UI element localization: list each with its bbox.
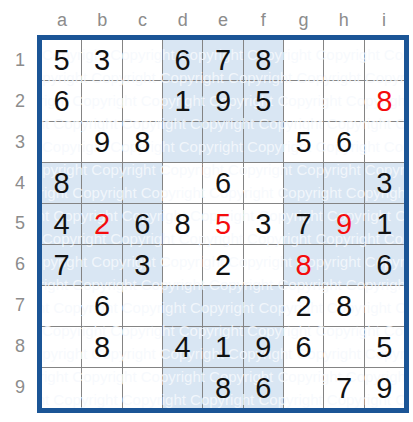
digit-g3: 5 <box>296 128 312 157</box>
column-label-f: f <box>243 6 283 32</box>
cell-b4[interactable] <box>82 163 121 203</box>
cell-g7[interactable]: 2 <box>284 286 323 326</box>
cell-e7[interactable] <box>203 286 242 326</box>
digit-b1: 3 <box>94 46 110 75</box>
column-label-d: d <box>163 6 203 32</box>
digit-g8: 6 <box>296 333 312 362</box>
cell-e3[interactable] <box>203 122 242 162</box>
cell-e4[interactable]: 6 <box>203 163 242 203</box>
cell-f7[interactable] <box>244 286 283 326</box>
cell-c6[interactable]: 3 <box>123 245 162 285</box>
digit-i8: 5 <box>376 333 392 362</box>
cell-a9[interactable] <box>42 368 81 408</box>
digit-h9: 7 <box>336 374 352 403</box>
cell-e8[interactable]: 1 <box>203 327 242 367</box>
cell-f4[interactable] <box>244 163 283 203</box>
digit-a2: 6 <box>54 87 70 116</box>
column-label-i: i <box>364 6 404 32</box>
cell-g1[interactable] <box>284 40 323 80</box>
cell-e9[interactable]: 8 <box>203 368 242 408</box>
column-label-e: e <box>203 6 243 32</box>
digit-b7: 6 <box>94 292 110 321</box>
cell-i7[interactable] <box>365 286 404 326</box>
digit-d8: 4 <box>175 333 191 362</box>
sudoku-app: abcdefghi 123456789 53678619589856863426… <box>0 0 413 422</box>
cell-c8[interactable] <box>123 327 162 367</box>
digit-c6: 3 <box>134 251 150 280</box>
row-label-2: 2 <box>0 81 32 122</box>
digit-a1: 5 <box>54 46 70 75</box>
digit-i5: 1 <box>376 210 392 239</box>
cell-b2[interactable] <box>82 81 121 121</box>
cell-e5[interactable]: 5 <box>203 204 242 244</box>
digit-i9: 9 <box>376 374 392 403</box>
digit-g7: 2 <box>296 292 312 321</box>
digit-h7: 8 <box>336 292 352 321</box>
cell-i8[interactable]: 5 <box>365 327 404 367</box>
cell-h9[interactable]: 7 <box>324 368 363 408</box>
cell-d5[interactable]: 8 <box>163 204 202 244</box>
digit-a4: 8 <box>54 169 70 198</box>
digit-b5: 2 <box>94 210 110 239</box>
cell-d4[interactable] <box>163 163 202 203</box>
column-labels: abcdefghi <box>42 6 404 32</box>
cell-f6[interactable] <box>244 245 283 285</box>
cell-i1[interactable] <box>365 40 404 80</box>
digit-i2: 8 <box>376 87 392 116</box>
digit-b8: 8 <box>94 333 110 362</box>
digit-i4: 3 <box>376 169 392 198</box>
cell-a2[interactable]: 6 <box>42 81 81 121</box>
cell-b1[interactable]: 3 <box>82 40 121 80</box>
cell-g8[interactable]: 6 <box>284 327 323 367</box>
cell-d2[interactable]: 1 <box>163 81 202 121</box>
digit-c3: 8 <box>134 128 150 157</box>
cell-d1[interactable]: 6 <box>163 40 202 80</box>
cell-i6[interactable]: 6 <box>365 245 404 285</box>
cell-h8[interactable] <box>324 327 363 367</box>
digit-e8: 1 <box>215 333 231 362</box>
row-label-8: 8 <box>0 326 32 367</box>
cell-i3[interactable] <box>365 122 404 162</box>
cell-f8[interactable]: 9 <box>244 327 283 367</box>
digit-e4: 6 <box>215 169 231 198</box>
digit-d2: 1 <box>175 87 191 116</box>
cell-f1[interactable]: 8 <box>244 40 283 80</box>
digit-e6: 2 <box>215 251 231 280</box>
digit-f1: 8 <box>255 46 271 75</box>
cell-a8[interactable] <box>42 327 81 367</box>
cell-d6[interactable] <box>163 245 202 285</box>
cell-f2[interactable]: 5 <box>244 81 283 121</box>
digit-a5: 4 <box>54 210 70 239</box>
cell-d3[interactable] <box>163 122 202 162</box>
cell-a6[interactable]: 7 <box>42 245 81 285</box>
cell-c4[interactable] <box>123 163 162 203</box>
sudoku-grid: 5367861958985686342685379173286628841965… <box>42 40 404 408</box>
row-labels: 123456789 <box>0 40 32 408</box>
cell-b3[interactable]: 9 <box>82 122 121 162</box>
cell-b5[interactable]: 2 <box>82 204 121 244</box>
cell-g9[interactable] <box>284 368 323 408</box>
row-label-5: 5 <box>0 204 32 245</box>
digit-d1: 6 <box>175 46 191 75</box>
column-label-h: h <box>324 6 364 32</box>
cell-c2[interactable] <box>123 81 162 121</box>
row-label-9: 9 <box>0 367 32 408</box>
digit-f9: 6 <box>255 374 271 403</box>
digit-e5: 5 <box>215 210 231 239</box>
column-label-c: c <box>122 6 162 32</box>
digit-g5: 7 <box>296 210 312 239</box>
sudoku-board: 5367861958985686342685379173286628841965… <box>37 35 409 413</box>
digit-b3: 9 <box>94 128 110 157</box>
digit-f2: 5 <box>255 87 271 116</box>
digit-g6: 8 <box>296 251 312 280</box>
cell-a5[interactable]: 4 <box>42 204 81 244</box>
cell-d9[interactable] <box>163 368 202 408</box>
row-label-4: 4 <box>0 163 32 204</box>
cell-h5[interactable]: 9 <box>324 204 363 244</box>
cell-i5[interactable]: 1 <box>365 204 404 244</box>
cell-b8[interactable]: 8 <box>82 327 121 367</box>
cell-a3[interactable] <box>42 122 81 162</box>
cell-g5[interactable]: 7 <box>284 204 323 244</box>
cell-f9[interactable]: 6 <box>244 368 283 408</box>
cell-h4[interactable] <box>324 163 363 203</box>
digit-c5: 6 <box>134 210 150 239</box>
digit-f5: 3 <box>255 210 271 239</box>
row-label-3: 3 <box>0 122 32 163</box>
cell-h3[interactable]: 6 <box>324 122 363 162</box>
cell-h6[interactable] <box>324 245 363 285</box>
cell-g2[interactable] <box>284 81 323 121</box>
cell-g6[interactable]: 8 <box>284 245 323 285</box>
cell-i9[interactable]: 9 <box>365 368 404 408</box>
cell-a7[interactable] <box>42 286 81 326</box>
column-label-g: g <box>283 6 323 32</box>
cell-a1[interactable]: 5 <box>42 40 81 80</box>
digit-e9: 8 <box>215 374 231 403</box>
row-label-7: 7 <box>0 285 32 326</box>
cell-a4[interactable]: 8 <box>42 163 81 203</box>
cell-i2[interactable]: 8 <box>365 81 404 121</box>
cell-e6[interactable]: 2 <box>203 245 242 285</box>
cell-e1[interactable]: 7 <box>203 40 242 80</box>
cell-c7[interactable] <box>123 286 162 326</box>
cell-c3[interactable]: 8 <box>123 122 162 162</box>
digit-f8: 9 <box>255 333 271 362</box>
cell-b6[interactable] <box>82 245 121 285</box>
digit-e1: 7 <box>215 46 231 75</box>
cell-b7[interactable]: 6 <box>82 286 121 326</box>
row-label-1: 1 <box>0 40 32 81</box>
cell-c1[interactable] <box>123 40 162 80</box>
cell-f5[interactable]: 3 <box>244 204 283 244</box>
cell-g3[interactable]: 5 <box>284 122 323 162</box>
cell-i4[interactable]: 3 <box>365 163 404 203</box>
cell-g4[interactable] <box>284 163 323 203</box>
cell-c9[interactable] <box>123 368 162 408</box>
column-label-b: b <box>82 6 122 32</box>
cell-h1[interactable] <box>324 40 363 80</box>
cell-b9[interactable] <box>82 368 121 408</box>
cell-d8[interactable]: 4 <box>163 327 202 367</box>
digit-a6: 7 <box>54 251 70 280</box>
cell-c5[interactable]: 6 <box>123 204 162 244</box>
cell-h7[interactable]: 8 <box>324 286 363 326</box>
digit-h5: 9 <box>336 210 352 239</box>
digit-i6: 6 <box>376 251 392 280</box>
cell-f3[interactable] <box>244 122 283 162</box>
digit-h3: 6 <box>336 128 352 157</box>
digit-d5: 8 <box>175 210 191 239</box>
digit-e2: 9 <box>215 87 231 116</box>
column-label-a: a <box>42 6 82 32</box>
cell-d7[interactable] <box>163 286 202 326</box>
cell-e2[interactable]: 9 <box>203 81 242 121</box>
row-label-6: 6 <box>0 244 32 285</box>
cell-h2[interactable] <box>324 81 363 121</box>
